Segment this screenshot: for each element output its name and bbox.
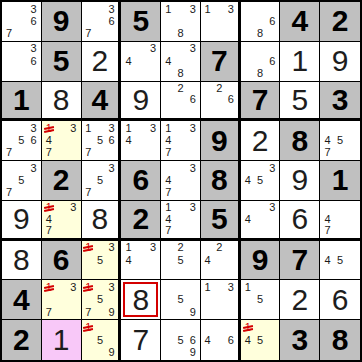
candidate-3: 3 [187, 3, 199, 15]
candidate-grid: 347 [161, 161, 200, 200]
cell-value: 8 [53, 85, 70, 115]
candidate-7: 7 [162, 225, 174, 237]
candidate-8: 8 [254, 67, 266, 79]
cell-r5c1[interactable]: 357 [2, 161, 42, 201]
cell-value: 9 [291, 165, 308, 195]
candidate-4: 4 [122, 55, 134, 67]
cell-r3c3[interactable]: 4 [82, 82, 122, 122]
candidate-8: 8 [174, 28, 186, 40]
candidate-3: 3 [28, 162, 40, 174]
cell-r2c4[interactable]: 34 [121, 42, 161, 82]
candidate-1: 1 [242, 281, 254, 293]
cell-r7c9[interactable]: 45 [320, 241, 360, 281]
cell-r4c4[interactable]: 134 [121, 121, 161, 161]
cell-r9c4[interactable]: 7 [121, 320, 161, 360]
cell-value: 4 [13, 285, 30, 315]
candidate-3: 3 [187, 162, 199, 174]
candidate-4: 4 [43, 213, 55, 225]
candidate-grid: 26 [161, 82, 200, 119]
cell-value: 8 [332, 325, 349, 355]
candidate-7: 7 [3, 187, 15, 199]
candidate-4: 4 [162, 174, 174, 186]
candidate-3: 3 [187, 43, 199, 55]
cell-r1c9[interactable]: 2 [320, 2, 360, 42]
candidate-8: 8 [254, 28, 266, 40]
cell-r2c7[interactable]: 68 [241, 42, 281, 82]
candidate-1: 1 [202, 281, 214, 293]
cell-r6c4[interactable]: 2 [121, 201, 161, 241]
candidate-grid: 1347 [161, 201, 200, 238]
candidate-1-eliminated: 1 [83, 321, 95, 334]
candidate-3: 3 [106, 242, 118, 254]
candidate-grid: 348 [161, 42, 200, 81]
candidate-5: 5 [94, 174, 106, 186]
candidate-5: 5 [334, 135, 347, 147]
cell-r9c3[interactable]: 159 [82, 320, 122, 360]
candidate-2: 2 [213, 242, 225, 254]
candidate-5: 5 [174, 294, 186, 306]
cell-value: 2 [332, 6, 349, 36]
candidate-1: 1 [202, 3, 214, 15]
cell-r9c9[interactable]: 8 [320, 320, 360, 360]
cell-r7c2[interactable]: 6 [42, 241, 82, 281]
candidate-grid: 45 [320, 241, 360, 280]
cell-value: 3 [332, 85, 349, 115]
candidate-grid: 26 [201, 82, 238, 119]
cell-value: 5 [132, 6, 149, 36]
candidate-3: 3 [28, 122, 40, 134]
cell-r4c8[interactable]: 8 [280, 121, 320, 161]
candidate-grid: 34 [241, 201, 280, 238]
candidate-3: 3 [67, 202, 79, 214]
candidate-1-eliminated: 1 [43, 202, 55, 214]
candidate-7: 7 [43, 306, 55, 318]
candidate-2: 2 [174, 242, 186, 254]
cell-r1c2[interactable]: 9 [42, 2, 82, 42]
candidate-grid: 1347 [42, 201, 81, 238]
cell-r6c6[interactable]: 5 [201, 201, 241, 241]
cell-value: 6 [53, 245, 70, 275]
cell-r8c5[interactable]: 59 [161, 280, 201, 320]
cell-r8c2[interactable]: 137 [42, 280, 82, 320]
candidate-6: 6 [28, 15, 40, 27]
cell-value: 5 [211, 204, 228, 234]
cell-value: 8 [13, 245, 30, 275]
candidate-3: 3 [266, 162, 278, 174]
candidate-grid: 357 [2, 161, 41, 200]
candidate-7: 7 [83, 187, 95, 199]
candidate-1-eliminated: 1 [242, 321, 254, 334]
candidate-7: 7 [83, 28, 95, 40]
candidate-7: 7 [83, 306, 95, 318]
candidate-2: 2 [213, 83, 225, 95]
cell-r1c3[interactable]: 367 [82, 2, 122, 42]
cell-value: 4 [92, 85, 109, 115]
candidate-grid: 159 [82, 320, 119, 360]
cell-value: 3 [291, 325, 308, 355]
cell-r5c6[interactable]: 8 [201, 161, 241, 201]
cell-r1c8[interactable]: 4 [280, 2, 320, 42]
candidate-3: 3 [106, 122, 118, 134]
cell-r2c5[interactable]: 348 [161, 42, 201, 82]
candidate-5: 5 [174, 334, 186, 347]
cell-r3c5[interactable]: 26 [161, 82, 201, 122]
candidate-1-eliminated: 1 [43, 122, 55, 134]
cell-r4c9[interactable]: 457 [320, 121, 360, 161]
candidate-1: 1 [122, 242, 134, 254]
cell-r4c3[interactable]: 13567 [82, 121, 122, 161]
candidate-grid: 1347 [42, 121, 81, 160]
cell-r1c4[interactable]: 5 [121, 2, 161, 42]
candidate-4: 4 [321, 254, 334, 266]
candidate-grid: 345 [241, 161, 280, 200]
cell-r2c6[interactable]: 7 [201, 42, 241, 82]
candidate-grid: 357 [82, 161, 119, 200]
candidate-3: 3 [225, 3, 237, 15]
candidate-7: 7 [162, 187, 174, 199]
cell-r3c6[interactable]: 26 [201, 82, 241, 122]
candidate-6: 6 [106, 15, 118, 27]
cell-r2c1[interactable]: 36 [2, 42, 42, 82]
cell-r3c2[interactable]: 8 [42, 82, 82, 122]
candidate-1: 1 [83, 122, 95, 134]
cell-value: 6 [132, 165, 149, 195]
candidate-6: 6 [225, 334, 237, 347]
cell-r7c8[interactable]: 7 [280, 241, 320, 281]
candidate-3: 3 [147, 43, 159, 55]
candidate-7: 7 [321, 147, 334, 159]
candidate-4: 4 [321, 135, 334, 147]
candidate-grid: 47 [320, 201, 360, 238]
cell-value: 5 [53, 46, 70, 76]
cell-value: 7 [211, 46, 228, 76]
cell-r3c1[interactable]: 1 [2, 82, 42, 122]
candidate-grid: 59 [161, 280, 200, 319]
cell-r1c1[interactable]: 367 [2, 2, 42, 42]
cell-value: 9 [211, 126, 228, 156]
cell-r6c2[interactable]: 1347 [42, 201, 82, 241]
cell-value: 8 [211, 165, 228, 195]
cell-r7c5[interactable]: 25 [161, 241, 201, 281]
cell-value: 7 [132, 325, 149, 355]
candidate-5: 5 [254, 174, 266, 186]
cell-r4c7[interactable]: 2 [241, 121, 281, 161]
candidate-grid: 457 [320, 121, 360, 160]
candidate-1: 1 [162, 3, 174, 15]
cell-value: 1 [332, 165, 349, 195]
cell-r3c4[interactable]: 9 [121, 82, 161, 122]
cell-value: 1 [13, 85, 30, 115]
candidate-3: 3 [106, 281, 118, 293]
cell-value: 1 [291, 46, 308, 76]
cell-value: 9 [53, 6, 70, 36]
cell-r8c1[interactable]: 4 [2, 280, 42, 320]
candidate-grid: 25 [161, 241, 200, 280]
candidate-grid: 13 [201, 280, 238, 319]
candidate-9: 9 [187, 306, 199, 318]
candidate-6: 6 [106, 135, 118, 147]
candidate-7: 7 [43, 225, 55, 237]
cell-r9c7[interactable]: 145 [241, 320, 281, 360]
cell-r1c7[interactable]: 68 [241, 2, 281, 42]
cell-r7c4[interactable]: 134 [121, 241, 161, 281]
candidate-4: 4 [321, 213, 334, 225]
cell-r6c1[interactable]: 9 [2, 201, 42, 241]
candidate-6: 6 [28, 55, 40, 67]
cell-r4c2[interactable]: 1347 [42, 121, 82, 161]
candidate-4: 4 [242, 334, 254, 347]
cell-r2c3[interactable]: 2 [82, 42, 122, 82]
cell-r5c8[interactable]: 9 [280, 161, 320, 201]
cell-r3c7[interactable]: 7 [241, 82, 281, 122]
candidate-3: 3 [147, 122, 159, 134]
candidate-grid: 137 [42, 280, 81, 319]
candidate-2: 2 [174, 83, 186, 95]
candidate-1-eliminated: 1 [83, 242, 95, 254]
cell-value: 2 [132, 204, 149, 234]
cell-r3c9[interactable]: 3 [320, 82, 360, 122]
candidate-grid: 134 [121, 241, 160, 280]
candidate-5: 5 [94, 135, 106, 147]
cell-r5c2[interactable]: 2 [42, 161, 82, 201]
cell-r7c3[interactable]: 135 [82, 241, 122, 281]
candidate-3: 3 [28, 3, 40, 15]
candidate-9: 9 [187, 346, 199, 359]
cell-value: 2 [252, 126, 269, 156]
candidate-grid: 13 [201, 2, 238, 41]
cell-r9c2[interactable]: 1 [42, 320, 82, 360]
cell-r9c8[interactable]: 3 [280, 320, 320, 360]
cell-r6c5[interactable]: 1347 [161, 201, 201, 241]
candidate-grid: 135 [82, 241, 119, 280]
candidate-grid: 68 [241, 2, 280, 41]
cell-value: 1 [53, 325, 70, 355]
candidate-grid: 1347 [161, 121, 200, 160]
candidate-3: 3 [106, 3, 118, 15]
candidate-4: 4 [162, 213, 174, 225]
candidate-4: 4 [122, 254, 134, 266]
cell-value: 8 [291, 126, 308, 156]
candidate-5: 5 [254, 334, 266, 347]
cell-r4c6[interactable]: 9 [201, 121, 241, 161]
cell-r7c7[interactable]: 9 [241, 241, 281, 281]
cell-r6c3[interactable]: 8 [82, 201, 122, 241]
cell-r1c5[interactable]: 138 [161, 2, 201, 42]
cell-r8c4[interactable]: 8 [121, 280, 161, 320]
candidate-1: 1 [162, 122, 174, 134]
cell-r8c7[interactable]: 15 [241, 280, 281, 320]
candidate-7: 7 [83, 147, 95, 159]
candidate-7: 7 [43, 147, 55, 159]
candidate-3: 3 [225, 281, 237, 293]
cell-r9c5[interactable]: 569 [161, 320, 201, 360]
candidate-5: 5 [15, 174, 27, 186]
candidate-5: 5 [94, 294, 106, 306]
cell-r7c6[interactable]: 24 [201, 241, 241, 281]
candidate-6: 6 [266, 15, 278, 27]
candidate-5: 5 [334, 254, 347, 266]
candidate-3: 3 [187, 202, 199, 214]
candidate-grid: 367 [2, 2, 41, 41]
candidate-5: 5 [94, 254, 106, 266]
candidate-grid: 68 [241, 42, 280, 81]
candidate-grid: 3567 [2, 121, 41, 160]
candidate-7: 7 [162, 147, 174, 159]
cell-r1c6[interactable]: 13 [201, 2, 241, 42]
candidate-6: 6 [28, 135, 40, 147]
candidate-1: 1 [162, 202, 174, 214]
cell-r8c8[interactable]: 2 [280, 280, 320, 320]
candidate-5: 5 [15, 135, 27, 147]
candidate-4: 4 [202, 254, 214, 266]
candidate-grid: 46 [201, 320, 238, 360]
candidate-7: 7 [3, 147, 15, 159]
candidate-4: 4 [162, 55, 174, 67]
cell-r5c7[interactable]: 345 [241, 161, 281, 201]
candidate-grid: 34 [121, 42, 160, 81]
candidate-4: 4 [43, 135, 55, 147]
candidate-6: 6 [187, 334, 199, 347]
candidate-3: 3 [28, 43, 40, 55]
cell-value: 2 [13, 325, 30, 355]
cell-r6c7[interactable]: 34 [241, 201, 281, 241]
cell-r8c3[interactable]: 13579 [82, 280, 122, 320]
cell-r9c6[interactable]: 46 [201, 320, 241, 360]
candidate-5: 5 [174, 254, 186, 266]
cell-r7c1[interactable]: 8 [2, 241, 42, 281]
candidate-4: 4 [202, 334, 214, 347]
candidate-grid: 134 [121, 121, 160, 160]
cell-r5c3[interactable]: 357 [82, 161, 122, 201]
cell-value: 4 [291, 6, 308, 36]
cell-r3c8[interactable]: 5 [280, 82, 320, 122]
cell-value: 2 [53, 165, 70, 195]
candidate-3: 3 [147, 242, 159, 254]
cell-r6c8[interactable]: 6 [280, 201, 320, 241]
candidate-3: 3 [187, 122, 199, 134]
cell-value: 7 [252, 85, 269, 115]
candidate-grid: 138 [161, 2, 200, 41]
candidate-7: 7 [321, 225, 334, 237]
candidate-4: 4 [242, 174, 254, 186]
cell-r2c2[interactable]: 5 [42, 42, 82, 82]
cell-value: 8 [92, 204, 109, 234]
cell-value: 9 [332, 46, 349, 76]
candidate-6: 6 [266, 55, 278, 67]
candidate-9: 9 [106, 306, 118, 318]
candidate-grid: 569 [161, 320, 200, 360]
cell-value: 6 [291, 204, 308, 234]
cell-r5c4[interactable]: 6 [121, 161, 161, 201]
cell-value: 9 [252, 245, 269, 275]
cell-value: 5 [291, 85, 308, 115]
candidate-1-eliminated: 1 [43, 281, 55, 293]
candidate-6: 6 [187, 94, 199, 106]
candidate-3: 3 [67, 281, 79, 293]
candidate-8: 8 [174, 67, 186, 79]
candidate-1-eliminated: 1 [83, 281, 95, 293]
cell-r6c9[interactable]: 47 [320, 201, 360, 241]
candidate-grid: 145 [241, 320, 280, 360]
cell-r9c1[interactable]: 2 [2, 320, 42, 360]
candidate-5: 5 [254, 294, 266, 306]
candidate-9: 9 [106, 346, 118, 359]
candidate-6: 6 [225, 94, 237, 106]
candidate-4: 4 [242, 213, 254, 225]
candidate-grid: 367 [82, 2, 119, 41]
cell-r8c9[interactable]: 6 [320, 280, 360, 320]
candidate-1: 1 [122, 122, 134, 134]
cell-value: 6 [332, 285, 349, 315]
cell-value: 9 [132, 85, 149, 115]
candidate-4: 4 [162, 135, 174, 147]
cell-r5c5[interactable]: 347 [161, 161, 201, 201]
candidate-grid: 24 [201, 241, 238, 280]
candidate-7: 7 [3, 28, 15, 40]
cell-r4c1[interactable]: 3567 [2, 121, 42, 161]
cell-r5c9[interactable]: 1 [320, 161, 360, 201]
candidate-3: 3 [106, 162, 118, 174]
cell-value: 2 [291, 285, 308, 315]
candidate-3: 3 [67, 122, 79, 134]
candidate-5: 5 [94, 334, 106, 347]
candidate-grid: 36 [2, 42, 41, 81]
sudoku-board: 3679367513813684236523434876819184926267… [0, 0, 362, 362]
cell-r8c6[interactable]: 13 [201, 280, 241, 320]
candidate-3: 3 [266, 202, 278, 214]
cell-value: 2 [92, 46, 109, 76]
candidate-4: 4 [122, 135, 134, 147]
candidate-grid: 13579 [82, 280, 119, 319]
candidate-grid: 13567 [82, 121, 119, 160]
cell-value: 8 [132, 285, 149, 315]
cell-value: 7 [291, 245, 308, 275]
cell-r2c9[interactable]: 9 [320, 42, 360, 82]
candidate-grid: 15 [241, 280, 280, 319]
cell-value: 9 [13, 204, 30, 234]
cell-r4c5[interactable]: 1347 [161, 121, 201, 161]
cell-r2c8[interactable]: 1 [280, 42, 320, 82]
